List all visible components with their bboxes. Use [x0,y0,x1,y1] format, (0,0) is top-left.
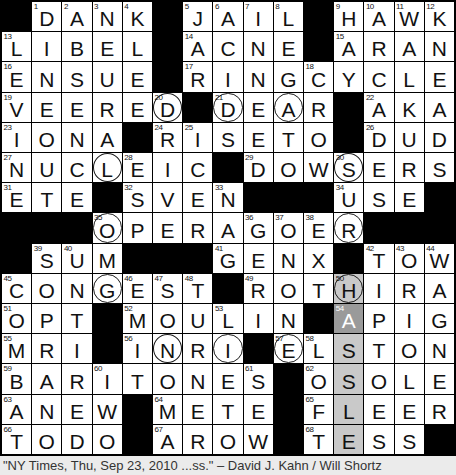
cell-4-9[interactable]: T [274,123,303,152]
cell-letter: I [364,280,393,302]
cell-1-6[interactable]: 14A [183,32,212,61]
cell-6-1[interactable]: T [32,183,61,212]
cell-9-6[interactable]: 48T [183,274,212,303]
clue-number: 24 [155,123,163,133]
cell-letter: N [425,340,454,362]
clue-number: 18 [306,62,314,72]
cell-letter: O [274,159,303,181]
cell-7-11[interactable]: R [334,213,363,242]
cell-6-7[interactable]: 33N [213,183,242,212]
cell-1-3[interactable]: E [93,32,122,61]
block-cell-14-14 [425,425,454,454]
cell-9-8[interactable]: 49R [244,274,273,303]
cell-13-2[interactable]: E [62,395,91,424]
cell-0-3[interactable]: 3N [93,2,122,31]
cell-7-7[interactable]: A [213,213,242,242]
block-cell-0-0 [2,2,31,31]
cell-0-8[interactable]: 7I [244,2,273,31]
cell-1-7[interactable]: C [213,32,242,61]
cell-5-3[interactable]: L [93,153,122,182]
cell-4-14[interactable]: D [425,123,454,152]
cell-2-11[interactable]: Y [334,62,363,91]
clue-number: 30 [336,153,344,163]
cell-11-6[interactable]: R [183,334,212,363]
cell-6-0[interactable]: 31E [2,183,31,212]
cell-letter: N [244,69,273,91]
cell-3-7[interactable]: 21D [213,93,242,122]
cell-0-14[interactable]: 12K [425,2,454,31]
cell-letter: E [153,220,182,242]
cell-12-5[interactable]: O [153,364,182,393]
clue-number: 46 [124,274,132,284]
cell-9-14[interactable]: A [425,274,454,303]
block-cell-7-12 [364,213,393,242]
cell-12-3[interactable]: 60I [93,364,122,393]
cell-14-8[interactable]: W [244,425,273,454]
cell-letter: N [274,310,303,332]
cell-7-9[interactable]: 37O [274,213,303,242]
cell-3-0[interactable]: 19V [2,93,31,122]
cell-1-2[interactable]: B [62,32,91,61]
cell-14-1[interactable]: O [32,425,61,454]
cell-5-6[interactable]: C [183,153,212,182]
cell-letter: D [62,431,91,453]
cell-0-1[interactable]: 1D [32,2,61,31]
cell-letter: L [123,38,152,60]
cell-13-12[interactable]: E [364,395,393,424]
cell-3-10[interactable]: R [304,93,333,122]
clue-number: 64 [155,395,163,405]
block-cell-7-14 [425,213,454,242]
cell-8-9[interactable]: N [274,244,303,273]
cell-3-5[interactable]: 20D [153,93,182,122]
cell-letter: E [244,401,273,423]
cell-letter: E [395,401,424,423]
cell-letter: T [123,371,152,393]
cell-letter: E [244,99,273,121]
cell-letter: G [93,280,122,302]
cell-12-12[interactable]: O [364,364,393,393]
cell-14-7[interactable]: O [213,425,242,454]
cell-letter: R [304,99,333,121]
cell-0-12[interactable]: 10A [364,2,393,31]
cell-letter: S [334,371,363,393]
cell-1-4[interactable]: L [123,32,152,61]
block-cell-6-3 [93,183,122,212]
cell-14-2[interactable]: D [62,425,91,454]
cell-letter: I [153,159,182,181]
cell-3-1[interactable]: E [32,93,61,122]
cell-13-3[interactable]: W [93,395,122,424]
cell-letter: O [32,431,61,453]
cell-10-12[interactable]: P [364,304,393,333]
clue-number: 9 [336,2,340,12]
cell-8-1[interactable]: 39S [32,244,61,273]
clue-number: 21 [215,93,223,103]
cell-3-3[interactable]: R [93,93,122,122]
cell-2-2[interactable]: S [62,62,91,91]
cell-0-9[interactable]: 8L [274,2,303,31]
cell-10-8[interactable]: I [244,304,273,333]
cell-7-6[interactable]: R [183,213,212,242]
cell-2-4[interactable]: E [123,62,152,91]
cell-1-13[interactable]: A [395,32,424,61]
cell-1-1[interactable]: I [32,32,61,61]
block-cell-6-8 [244,183,273,212]
cell-11-5[interactable]: N [153,334,182,363]
cell-11-0[interactable]: 55M [2,334,31,363]
cell-9-9[interactable]: O [274,274,303,303]
cell-letter: E [425,371,454,393]
cell-10-0[interactable]: 51O [2,304,31,333]
clue-number: 60 [94,364,102,374]
cell-14-5[interactable]: 67A [153,425,182,454]
block-cell-13-9 [274,395,303,424]
cell-4-5[interactable]: 24R [153,123,182,152]
cell-letter: T [274,129,303,151]
cell-10-4[interactable]: 52M [123,304,152,333]
cell-5-9[interactable]: O [274,153,303,182]
cell-2-8[interactable]: N [244,62,273,91]
clue-number: 10 [366,2,374,12]
cell-6-13[interactable]: E [395,183,424,212]
cell-5-2[interactable]: C [62,153,91,182]
cell-12-10[interactable]: 62O [304,364,333,393]
cell-14-0[interactable]: 66T [2,425,31,454]
cell-10-11[interactable]: 54A [334,304,363,333]
cell-1-0[interactable]: 13L [2,32,31,61]
cell-5-1[interactable]: U [32,153,61,182]
cell-9-10[interactable]: T [304,274,333,303]
clue-number: 41 [215,244,223,254]
cell-letter: E [183,401,212,423]
cell-letter: S [334,340,363,362]
cell-10-2[interactable]: T [62,304,91,333]
cell-letter: E [244,250,273,272]
cell-4-6[interactable]: 25I [183,123,212,152]
cell-13-10[interactable]: 65F [304,395,333,424]
cell-letter: N [62,129,91,151]
cell-3-4[interactable]: E [123,93,152,122]
cell-8-13[interactable]: 43O [395,244,424,273]
cell-2-10[interactable]: 18C [304,62,333,91]
cell-13-7[interactable]: T [213,395,242,424]
cell-4-10[interactable]: O [304,123,333,152]
cell-13-1[interactable]: N [32,395,61,424]
cell-0-6[interactable]: 5J [183,2,212,31]
cell-letter: A [425,99,454,121]
cell-letter: Y [334,69,363,91]
cell-9-0[interactable]: 45C [2,274,31,303]
cell-12-4[interactable]: T [123,364,152,393]
cell-2-3[interactable]: U [93,62,122,91]
cell-1-11[interactable]: 15A [334,32,363,61]
clue-number: 58 [306,334,314,344]
cell-2-6[interactable]: 17R [183,62,212,91]
cell-0-13[interactable]: 11W [395,2,424,31]
cell-8-8[interactable]: E [244,244,273,273]
block-cell-7-1 [32,213,61,242]
block-cell-12-9 [274,364,303,393]
cell-9-2[interactable]: N [62,274,91,303]
cell-letter: T [364,340,393,362]
cell-12-8[interactable]: 61S [244,364,273,393]
clue-number: 31 [4,183,12,193]
cell-2-1[interactable]: N [32,62,61,91]
cell-6-5[interactable]: V [153,183,182,212]
clue-number: 20 [155,93,163,103]
block-cell-4-11 [334,123,363,152]
cell-letter: L [395,371,424,393]
clue-number: 51 [4,304,12,314]
cell-8-12[interactable]: 42T [364,244,393,273]
clue-number: 12 [426,2,434,12]
cell-letter: A [395,38,424,60]
cell-letter: C [183,159,212,181]
cell-11-2[interactable]: I [62,334,91,363]
cell-8-2[interactable]: 40U [62,244,91,273]
cell-5-14[interactable]: S [425,153,454,182]
cell-letter: E [364,159,393,181]
cell-letter: E [183,189,212,211]
cell-9-13[interactable]: R [395,274,424,303]
cell-4-2[interactable]: N [62,123,91,152]
cell-13-13[interactable]: E [395,395,424,424]
cell-5-8[interactable]: 29D [244,153,273,182]
cell-14-10[interactable]: 68T [304,425,333,454]
cell-0-4[interactable]: 4K [123,2,152,31]
cell-2-12[interactable]: C [364,62,393,91]
clue-number: 54 [336,304,344,314]
cell-3-8[interactable]: E [244,93,273,122]
cell-letter: E [62,189,91,211]
cell-4-13[interactable]: U [395,123,424,152]
cell-0-7[interactable]: 6A [213,2,242,31]
cell-letter: A [213,220,242,242]
cell-letter: R [183,340,212,362]
cell-3-12[interactable]: 22A [364,93,393,122]
cell-letter: N [62,280,91,302]
block-cell-11-8 [244,334,273,363]
cell-2-14[interactable]: E [425,62,454,91]
cell-6-2[interactable]: E [62,183,91,212]
cell-12-2[interactable]: R [62,364,91,393]
cell-3-14[interactable]: A [425,93,454,122]
cell-13-6[interactable]: E [183,395,212,424]
cell-11-11[interactable]: S [334,334,363,363]
cell-2-9[interactable]: G [274,62,303,91]
clue-number: 63 [4,395,12,405]
cell-4-12[interactable]: 26D [364,123,393,152]
cell-letter: R [183,431,212,453]
cell-letter: B [62,38,91,60]
cell-11-14[interactable]: N [425,334,454,363]
cell-12-7[interactable]: E [213,364,242,393]
cell-12-11[interactable]: S [334,364,363,393]
cell-9-3[interactable]: G [93,274,122,303]
cell-14-3[interactable]: O [93,425,122,454]
cell-13-5[interactable]: 64M [153,395,182,424]
cell-7-10[interactable]: 38E [304,213,333,242]
cell-6-6[interactable]: E [183,183,212,212]
cell-14-13[interactable]: S [395,425,424,454]
clue-number: 45 [4,274,12,284]
cell-5-12[interactable]: E [364,153,393,182]
clue-number: 52 [124,304,132,314]
cell-letter: X [304,250,333,272]
clue-number: 27 [4,153,12,163]
cell-6-4[interactable]: 32S [123,183,152,212]
cell-7-8[interactable]: 36G [244,213,273,242]
cell-letter: I [395,310,424,332]
cell-3-9[interactable]: A [274,93,303,122]
cell-11-7[interactable]: I [213,334,242,363]
cell-10-14[interactable]: G [425,304,454,333]
crossword-grid: 1D2A3N4K5J6A7I8L9H10A11W12K13LIBEL14ACNE… [0,0,456,456]
cell-2-0[interactable]: 16E [2,62,31,91]
clue-number: 35 [94,213,102,223]
cell-13-0[interactable]: 63A [2,395,31,424]
cell-letter: R [425,401,454,423]
cell-7-4[interactable]: P [123,213,152,242]
cell-13-14[interactable]: R [425,395,454,424]
clue-number: 14 [185,32,193,42]
cell-6-11[interactable]: 34U [334,183,363,212]
cell-10-7[interactable]: 53L [213,304,242,333]
cell-7-3[interactable]: 35O [93,213,122,242]
cell-letter: E [123,69,152,91]
cell-4-3[interactable]: A [93,123,122,152]
cell-14-11[interactable]: E [334,425,363,454]
cell-10-6[interactable]: U [183,304,212,333]
cell-10-9[interactable]: N [274,304,303,333]
cell-letter: I [213,69,242,91]
cell-0-11[interactable]: 9H [334,2,363,31]
cell-5-10[interactable]: W [304,153,333,182]
cell-letter: I [32,38,61,60]
cell-letter: A [425,280,454,302]
cell-letter: U [183,310,212,332]
cell-8-7[interactable]: 41G [213,244,242,273]
cell-10-13[interactable]: I [395,304,424,333]
cell-letter: C [213,38,242,60]
cell-7-5[interactable]: E [153,213,182,242]
cell-letter: O [153,310,182,332]
clue-number: 28 [124,153,132,163]
cell-11-1[interactable]: R [32,334,61,363]
clue-number: 44 [426,244,434,254]
clue-number: 32 [124,183,132,193]
clue-number: 36 [245,213,253,223]
cell-1-12[interactable]: R [364,32,393,61]
cell-12-14[interactable]: E [425,364,454,393]
block-cell-8-6 [183,244,212,273]
clue-number: 61 [245,364,253,374]
cell-4-8[interactable]: E [244,123,273,152]
cell-14-12[interactable]: S [364,425,393,454]
cell-9-11[interactable]: 50H [334,274,363,303]
cell-4-1[interactable]: O [32,123,61,152]
cell-3-13[interactable]: K [395,93,424,122]
cell-9-12[interactable]: I [364,274,393,303]
cell-1-8[interactable]: N [244,32,273,61]
cell-5-5[interactable]: I [153,153,182,182]
cell-letter: E [395,189,424,211]
cell-letter: S [364,431,393,453]
cell-letter: E [213,371,242,393]
cell-11-4[interactable]: 56I [123,334,152,363]
cell-10-1[interactable]: P [32,304,61,333]
cell-11-12[interactable]: T [364,334,393,363]
clue-number: 26 [366,123,374,133]
block-cell-9-7 [213,274,242,303]
cell-9-4[interactable]: 46E [123,274,152,303]
cell-letter: A [93,129,122,151]
cell-1-9[interactable]: E [274,32,303,61]
cell-11-10[interactable]: 58L [304,334,333,363]
cell-letter: A [32,371,61,393]
cell-5-0[interactable]: 27N [2,153,31,182]
clue-number: 3 [94,2,98,12]
cell-1-14[interactable]: N [425,32,454,61]
cell-10-5[interactable]: O [153,304,182,333]
cell-11-9[interactable]: 57E [274,334,303,363]
clue-number: 17 [185,62,193,72]
cell-letter: E [62,401,91,423]
cell-9-5[interactable]: 47S [153,274,182,303]
cell-letter: R [62,371,91,393]
cell-6-12[interactable]: S [364,183,393,212]
cell-4-7[interactable]: S [213,123,242,152]
clue-number: 8 [275,2,279,12]
cell-letter: U [395,129,424,151]
clue-number: 15 [336,32,344,42]
cell-3-2[interactable]: E [62,93,91,122]
cell-letter: R [334,220,363,242]
block-cell-2-5 [153,62,182,91]
cell-9-1[interactable]: O [32,274,61,303]
cell-letter: L [334,401,363,423]
cell-8-10[interactable]: X [304,244,333,273]
cell-12-6[interactable]: N [183,364,212,393]
cell-letter: D [425,129,454,151]
block-cell-3-11 [334,93,363,122]
cell-12-1[interactable]: A [32,364,61,393]
cell-5-4[interactable]: 28E [123,153,152,182]
cell-2-13[interactable]: L [395,62,424,91]
cell-4-0[interactable]: 23I [2,123,31,152]
cell-letter: E [334,431,363,453]
block-cell-1-5 [153,32,182,61]
cell-13-11[interactable]: L [334,395,363,424]
cell-8-3[interactable]: M [93,244,122,273]
cell-8-14[interactable]: 44W [425,244,454,273]
cell-13-8[interactable]: E [244,395,273,424]
clue-number: 38 [306,213,314,223]
cell-5-11[interactable]: 30S [334,153,363,182]
clue-number: 7 [245,2,249,12]
cell-0-2[interactable]: 2A [62,2,91,31]
cell-2-7[interactable]: I [213,62,242,91]
cell-letter: S [395,431,424,453]
cell-5-13[interactable]: R [395,153,424,182]
cell-12-13[interactable]: L [395,364,424,393]
clue-number: 49 [245,274,253,284]
cell-12-0[interactable]: 59B [2,364,31,393]
cell-11-13[interactable]: O [395,334,424,363]
cell-14-6[interactable]: R [183,425,212,454]
cell-letter: I [62,340,91,362]
